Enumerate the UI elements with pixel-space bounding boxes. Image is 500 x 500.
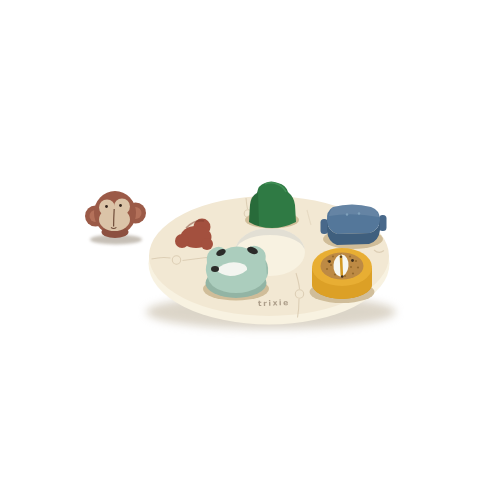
- monkey-nose-line: [114, 209, 115, 227]
- polar-bear-piece[interactable]: [206, 245, 269, 298]
- lion-eye-right: [351, 259, 354, 262]
- lion-nose-stripe: [341, 257, 342, 276]
- lion-eye-left: [328, 260, 331, 263]
- lion-piece[interactable]: [312, 248, 372, 299]
- puzzle-scene: trixie: [0, 0, 500, 500]
- brand-logo: trixie: [258, 298, 290, 308]
- elephant-ear-right: [379, 215, 387, 231]
- monkey-eye-left: [105, 205, 108, 208]
- elephant-piece[interactable]: [321, 205, 387, 246]
- crocodile-piece[interactable]: [249, 182, 296, 229]
- elephant-eye-right: [358, 212, 360, 214]
- monkey-piece[interactable]: [85, 191, 146, 245]
- elephant-eye-left: [346, 213, 348, 215]
- product-photo: trixie: [0, 0, 500, 500]
- elephant-ear-left: [321, 219, 329, 234]
- lion-chin-dot: [341, 275, 344, 278]
- bear-nose: [211, 266, 219, 272]
- lion-nose-tip: [340, 256, 342, 258]
- monkey-eye-right: [119, 204, 122, 207]
